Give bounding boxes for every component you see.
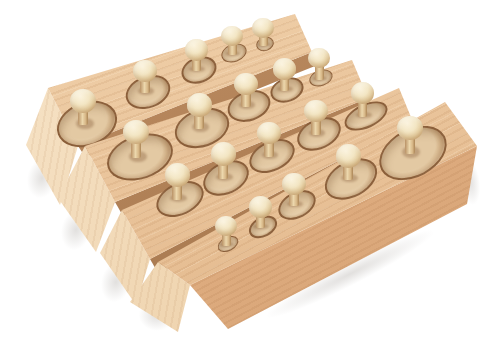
wood-block-4-front (0, 0, 500, 345)
block-4-front-cylinder-5-knob (397, 116, 423, 140)
block-4-front-cylinder-3-knob (282, 173, 306, 196)
block-4-front-cylinder-4-knob (336, 144, 361, 168)
block-4-front-cylinder-2-knob (249, 196, 272, 218)
product-photo-montessori-cylinder-blocks (0, 0, 500, 345)
block-4-front-cylinder-1-knob (215, 216, 237, 237)
